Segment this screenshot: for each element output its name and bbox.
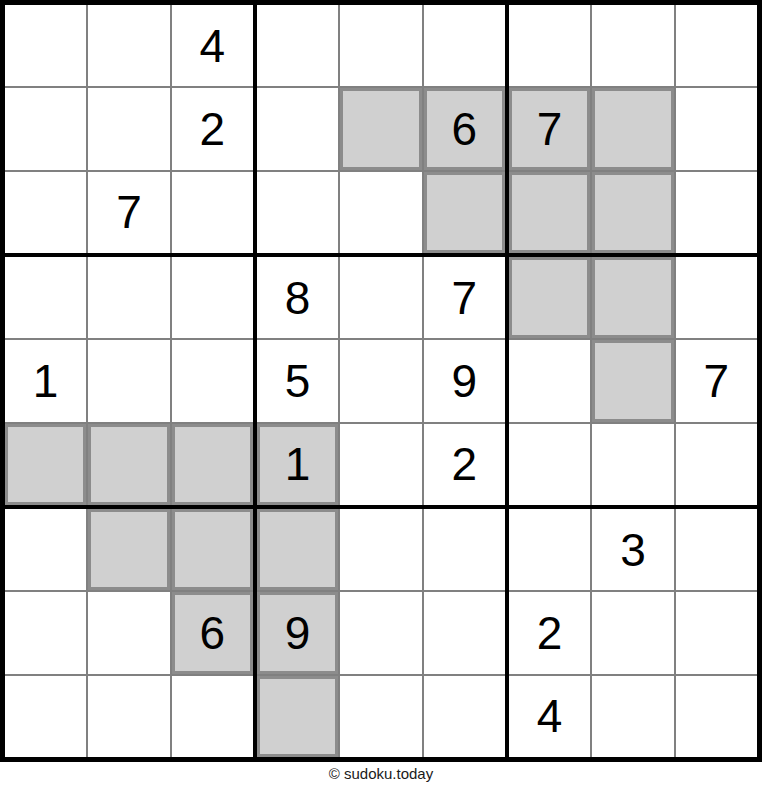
- cell-r6c3[interactable]: [172, 424, 253, 505]
- cell-r7c1[interactable]: [5, 509, 86, 590]
- box-8: 9: [257, 509, 505, 757]
- cell-r3c3[interactable]: [172, 172, 253, 253]
- sudoku-board: 427671875912769324: [0, 0, 762, 762]
- cell-r6c9[interactable]: [676, 424, 757, 505]
- cell-r2c4[interactable]: [257, 88, 338, 169]
- cell-r4c8[interactable]: [592, 257, 673, 338]
- cell-r9c2[interactable]: [88, 676, 169, 757]
- cell-r5c6[interactable]: 9: [424, 340, 505, 421]
- cell-r1c5[interactable]: [340, 5, 421, 86]
- cell-r9c8[interactable]: [592, 676, 673, 757]
- cell-r5c8[interactable]: [592, 340, 673, 421]
- cell-r4c4[interactable]: 8: [257, 257, 338, 338]
- sudoku-page: 427671875912769324 © sudoku.today: [0, 0, 765, 785]
- cell-r9c1[interactable]: [5, 676, 86, 757]
- cell-r1c2[interactable]: [88, 5, 169, 86]
- cell-r6c8[interactable]: [592, 424, 673, 505]
- cell-r4c1[interactable]: [5, 257, 86, 338]
- cell-r7c4[interactable]: [257, 509, 338, 590]
- cell-r2c3[interactable]: 2: [172, 88, 253, 169]
- cell-r8c2[interactable]: [88, 592, 169, 673]
- cell-r5c7[interactable]: [509, 340, 590, 421]
- cell-r2c1[interactable]: [5, 88, 86, 169]
- cell-r6c5[interactable]: [340, 424, 421, 505]
- cell-r9c5[interactable]: [340, 676, 421, 757]
- cell-r2c7[interactable]: 7: [509, 88, 590, 169]
- cell-r8c8[interactable]: [592, 592, 673, 673]
- box-5: 875912: [257, 257, 505, 505]
- cell-r4c9[interactable]: [676, 257, 757, 338]
- cell-r7c2[interactable]: [88, 509, 169, 590]
- cell-r4c7[interactable]: [509, 257, 590, 338]
- cell-r6c4[interactable]: 1: [257, 424, 338, 505]
- box-7: 6: [5, 509, 253, 757]
- cell-r8c9[interactable]: [676, 592, 757, 673]
- cell-r3c4[interactable]: [257, 172, 338, 253]
- box-6: 7: [509, 257, 757, 505]
- cell-r5c3[interactable]: [172, 340, 253, 421]
- cell-r8c7[interactable]: 2: [509, 592, 590, 673]
- box-9: 324: [509, 509, 757, 757]
- cell-r3c5[interactable]: [340, 172, 421, 253]
- cell-r7c8[interactable]: 3: [592, 509, 673, 590]
- cell-r2c2[interactable]: [88, 88, 169, 169]
- cell-r3c8[interactable]: [592, 172, 673, 253]
- cell-r4c2[interactable]: [88, 257, 169, 338]
- cell-r7c5[interactable]: [340, 509, 421, 590]
- cell-r3c2[interactable]: 7: [88, 172, 169, 253]
- cell-r7c3[interactable]: [172, 509, 253, 590]
- cell-r8c5[interactable]: [340, 592, 421, 673]
- cell-r7c9[interactable]: [676, 509, 757, 590]
- cell-r9c3[interactable]: [172, 676, 253, 757]
- cell-r9c6[interactable]: [424, 676, 505, 757]
- cell-r7c6[interactable]: [424, 509, 505, 590]
- cell-r3c6[interactable]: [424, 172, 505, 253]
- cell-r1c9[interactable]: [676, 5, 757, 86]
- cell-r5c5[interactable]: [340, 340, 421, 421]
- box-1: 427: [5, 5, 253, 253]
- box-3: 7: [509, 5, 757, 253]
- cell-r1c6[interactable]: [424, 5, 505, 86]
- cell-r8c6[interactable]: [424, 592, 505, 673]
- footer: © sudoku.today: [0, 762, 762, 785]
- credit-text: © sudoku.today: [329, 765, 433, 782]
- cell-r2c5[interactable]: [340, 88, 421, 169]
- cell-r1c4[interactable]: [257, 5, 338, 86]
- cell-r3c7[interactable]: [509, 172, 590, 253]
- cell-r6c7[interactable]: [509, 424, 590, 505]
- cell-r8c3[interactable]: 6: [172, 592, 253, 673]
- cell-r1c3[interactable]: 4: [172, 5, 253, 86]
- cell-r2c6[interactable]: 6: [424, 88, 505, 169]
- cell-r4c3[interactable]: [172, 257, 253, 338]
- cell-r9c9[interactable]: [676, 676, 757, 757]
- cell-r5c4[interactable]: 5: [257, 340, 338, 421]
- cell-r4c6[interactable]: 7: [424, 257, 505, 338]
- cell-r2c8[interactable]: [592, 88, 673, 169]
- cell-r5c1[interactable]: 1: [5, 340, 86, 421]
- cell-r3c9[interactable]: [676, 172, 757, 253]
- cell-r1c1[interactable]: [5, 5, 86, 86]
- cell-r8c1[interactable]: [5, 592, 86, 673]
- cell-r6c6[interactable]: 2: [424, 424, 505, 505]
- cell-r6c2[interactable]: [88, 424, 169, 505]
- cell-r8c4[interactable]: 9: [257, 592, 338, 673]
- cell-r1c8[interactable]: [592, 5, 673, 86]
- cell-r2c9[interactable]: [676, 88, 757, 169]
- cell-r1c7[interactable]: [509, 5, 590, 86]
- box-2: 6: [257, 5, 505, 253]
- cell-r5c9[interactable]: 7: [676, 340, 757, 421]
- cell-r7c7[interactable]: [509, 509, 590, 590]
- cell-r9c7[interactable]: 4: [509, 676, 590, 757]
- cell-r9c4[interactable]: [257, 676, 338, 757]
- cell-r4c5[interactable]: [340, 257, 421, 338]
- cell-r6c1[interactable]: [5, 424, 86, 505]
- box-4: 1: [5, 257, 253, 505]
- cell-r5c2[interactable]: [88, 340, 169, 421]
- cell-r3c1[interactable]: [5, 172, 86, 253]
